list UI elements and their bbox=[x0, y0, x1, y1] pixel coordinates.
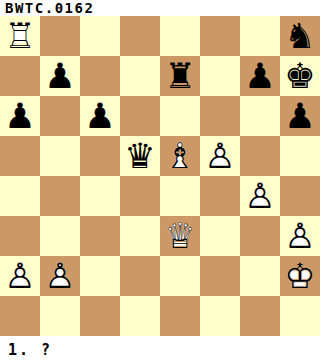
square-d3[interactable] bbox=[120, 216, 160, 256]
white-rook[interactable]: ♜♖ bbox=[0, 16, 40, 56]
square-e1[interactable] bbox=[160, 296, 200, 336]
square-c7[interactable] bbox=[80, 56, 120, 96]
square-c3[interactable] bbox=[80, 216, 120, 256]
square-d7[interactable] bbox=[120, 56, 160, 96]
square-f7[interactable] bbox=[200, 56, 240, 96]
square-c6[interactable]: ♟ bbox=[80, 96, 120, 136]
square-c1[interactable] bbox=[80, 296, 120, 336]
square-a5[interactable] bbox=[0, 136, 40, 176]
square-a6[interactable]: ♟ bbox=[0, 96, 40, 136]
square-e4[interactable] bbox=[160, 176, 200, 216]
square-d2[interactable] bbox=[120, 256, 160, 296]
square-c4[interactable] bbox=[80, 176, 120, 216]
square-c5[interactable] bbox=[80, 136, 120, 176]
square-b5[interactable] bbox=[40, 136, 80, 176]
black-rook[interactable]: ♜ bbox=[160, 56, 200, 96]
square-a4[interactable] bbox=[0, 176, 40, 216]
square-h4[interactable] bbox=[280, 176, 320, 216]
square-g6[interactable] bbox=[240, 96, 280, 136]
square-a3[interactable] bbox=[0, 216, 40, 256]
square-d8[interactable] bbox=[120, 16, 160, 56]
square-d6[interactable] bbox=[120, 96, 160, 136]
square-f3[interactable] bbox=[200, 216, 240, 256]
square-h5[interactable] bbox=[280, 136, 320, 176]
chess-board: ♜♖♞♟♜♟♚♟♟♟♛♝♗♟♙♟♙♛♕♟♙♟♙♟♙♚♔ bbox=[0, 16, 320, 336]
square-b1[interactable] bbox=[40, 296, 80, 336]
white-pawn[interactable]: ♟♙ bbox=[240, 176, 280, 216]
square-d1[interactable] bbox=[120, 296, 160, 336]
square-g5[interactable] bbox=[240, 136, 280, 176]
square-h1[interactable] bbox=[280, 296, 320, 336]
white-pawn[interactable]: ♟♙ bbox=[280, 216, 320, 256]
chess-problem-viewer: BWTC.0162 ♜♖♞♟♜♟♚♟♟♟♛♝♗♟♙♟♙♛♕♟♙♟♙♟♙♚♔ 1.… bbox=[0, 0, 320, 360]
square-h8[interactable]: ♞ bbox=[280, 16, 320, 56]
square-a2[interactable]: ♟♙ bbox=[0, 256, 40, 296]
square-f1[interactable] bbox=[200, 296, 240, 336]
square-g2[interactable] bbox=[240, 256, 280, 296]
square-b4[interactable] bbox=[40, 176, 80, 216]
square-f2[interactable] bbox=[200, 256, 240, 296]
black-knight[interactable]: ♞ bbox=[280, 16, 320, 56]
white-pawn[interactable]: ♟♙ bbox=[0, 256, 40, 296]
black-pawn[interactable]: ♟ bbox=[40, 56, 80, 96]
white-pawn[interactable]: ♟♙ bbox=[200, 136, 240, 176]
square-e7[interactable]: ♜ bbox=[160, 56, 200, 96]
white-queen[interactable]: ♛♕ bbox=[160, 216, 200, 256]
square-h2[interactable]: ♚♔ bbox=[280, 256, 320, 296]
square-b3[interactable] bbox=[40, 216, 80, 256]
square-g3[interactable] bbox=[240, 216, 280, 256]
square-c8[interactable] bbox=[80, 16, 120, 56]
square-b2[interactable]: ♟♙ bbox=[40, 256, 80, 296]
square-h3[interactable]: ♟♙ bbox=[280, 216, 320, 256]
black-queen[interactable]: ♛ bbox=[120, 136, 160, 176]
square-d4[interactable] bbox=[120, 176, 160, 216]
square-e8[interactable] bbox=[160, 16, 200, 56]
square-f5[interactable]: ♟♙ bbox=[200, 136, 240, 176]
black-pawn[interactable]: ♟ bbox=[240, 56, 280, 96]
square-f6[interactable] bbox=[200, 96, 240, 136]
square-b8[interactable] bbox=[40, 16, 80, 56]
square-b6[interactable] bbox=[40, 96, 80, 136]
square-h7[interactable]: ♚ bbox=[280, 56, 320, 96]
square-e3[interactable]: ♛♕ bbox=[160, 216, 200, 256]
square-f4[interactable] bbox=[200, 176, 240, 216]
square-e6[interactable] bbox=[160, 96, 200, 136]
square-g8[interactable] bbox=[240, 16, 280, 56]
white-king[interactable]: ♚♔ bbox=[280, 256, 320, 296]
black-pawn[interactable]: ♟ bbox=[0, 96, 40, 136]
square-a8[interactable]: ♜♖ bbox=[0, 16, 40, 56]
square-g7[interactable]: ♟ bbox=[240, 56, 280, 96]
square-g1[interactable] bbox=[240, 296, 280, 336]
move-prompt: 1. ? bbox=[0, 336, 320, 360]
square-b7[interactable]: ♟ bbox=[40, 56, 80, 96]
square-h6[interactable]: ♟ bbox=[280, 96, 320, 136]
white-pawn[interactable]: ♟♙ bbox=[40, 256, 80, 296]
square-a1[interactable] bbox=[0, 296, 40, 336]
black-king[interactable]: ♚ bbox=[280, 56, 320, 96]
square-a7[interactable] bbox=[0, 56, 40, 96]
square-d5[interactable]: ♛ bbox=[120, 136, 160, 176]
white-bishop[interactable]: ♝♗ bbox=[160, 136, 200, 176]
black-pawn[interactable]: ♟ bbox=[80, 96, 120, 136]
black-pawn[interactable]: ♟ bbox=[280, 96, 320, 136]
square-c2[interactable] bbox=[80, 256, 120, 296]
problem-title: BWTC.0162 bbox=[0, 0, 320, 16]
square-f8[interactable] bbox=[200, 16, 240, 56]
square-e2[interactable] bbox=[160, 256, 200, 296]
square-e5[interactable]: ♝♗ bbox=[160, 136, 200, 176]
square-g4[interactable]: ♟♙ bbox=[240, 176, 280, 216]
